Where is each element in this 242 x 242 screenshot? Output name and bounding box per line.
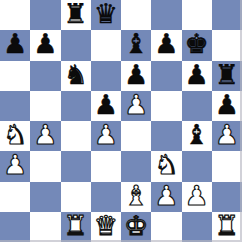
square-d1[interactable]: ♛ [91, 212, 121, 242]
square-g1[interactable] [182, 212, 212, 242]
square-f6[interactable] [151, 61, 181, 91]
square-b5[interactable] [30, 91, 60, 121]
black-bishop[interactable]: ♝ [124, 30, 148, 59]
black-pawn[interactable]: ♟ [215, 91, 239, 120]
square-f8[interactable] [151, 0, 181, 30]
white-king[interactable]: ♚ [124, 212, 148, 241]
white-knight[interactable]: ♞ [3, 121, 27, 150]
white-pawn[interactable]: ♟ [185, 182, 209, 211]
square-e8[interactable] [121, 0, 151, 30]
square-d8[interactable]: ♛ [91, 0, 121, 30]
black-pawn[interactable]: ♟ [185, 61, 209, 90]
square-a3[interactable]: ♟ [0, 151, 30, 181]
square-f2[interactable]: ♟ [151, 182, 181, 212]
square-h2[interactable] [212, 182, 242, 212]
square-h8[interactable] [212, 0, 242, 30]
square-g4[interactable]: ♝ [182, 121, 212, 151]
square-h7[interactable] [212, 30, 242, 60]
square-g8[interactable] [182, 0, 212, 30]
square-g7[interactable]: ♚ [182, 30, 212, 60]
square-f5[interactable] [151, 91, 181, 121]
black-pawn[interactable]: ♟ [94, 91, 118, 120]
square-e4[interactable] [121, 121, 151, 151]
square-e2[interactable]: ♝ [121, 182, 151, 212]
square-b3[interactable] [30, 151, 60, 181]
square-a6[interactable] [0, 61, 30, 91]
black-queen[interactable]: ♛ [94, 0, 118, 29]
white-bishop[interactable]: ♝ [124, 182, 148, 211]
square-e6[interactable]: ♟ [121, 61, 151, 91]
black-knight[interactable]: ♞ [64, 61, 88, 90]
white-knight[interactable]: ♞ [154, 151, 178, 180]
black-king[interactable]: ♚ [185, 30, 209, 59]
white-pawn[interactable]: ♟ [124, 91, 148, 120]
square-a8[interactable] [0, 0, 30, 30]
square-c6[interactable]: ♞ [61, 61, 91, 91]
chess-board: ♜♛♟♟♝♟♚♞♟♟♜♟♟♟♞♟♟♝♟♟♞♝♟♟♜♛♚♜ [0, 0, 242, 242]
square-h1[interactable]: ♜ [212, 212, 242, 242]
square-b8[interactable] [30, 0, 60, 30]
white-pawn[interactable]: ♟ [154, 182, 178, 211]
square-b1[interactable] [30, 212, 60, 242]
square-d3[interactable] [91, 151, 121, 181]
black-rook[interactable]: ♜ [215, 61, 239, 90]
square-h3[interactable] [212, 151, 242, 181]
square-e3[interactable] [121, 151, 151, 181]
square-a2[interactable] [0, 182, 30, 212]
white-rook[interactable]: ♜ [215, 212, 239, 241]
square-d6[interactable] [91, 61, 121, 91]
square-d4[interactable]: ♟ [91, 121, 121, 151]
square-d5[interactable]: ♟ [91, 91, 121, 121]
square-f4[interactable] [151, 121, 181, 151]
square-a4[interactable]: ♞ [0, 121, 30, 151]
black-pawn[interactable]: ♟ [124, 61, 148, 90]
square-a1[interactable] [0, 212, 30, 242]
black-pawn[interactable]: ♟ [33, 30, 57, 59]
white-pawn[interactable]: ♟ [215, 121, 239, 150]
square-c2[interactable] [61, 182, 91, 212]
square-b7[interactable]: ♟ [30, 30, 60, 60]
square-g3[interactable] [182, 151, 212, 181]
square-d7[interactable] [91, 30, 121, 60]
square-f1[interactable] [151, 212, 181, 242]
square-c7[interactable] [61, 30, 91, 60]
square-g2[interactable]: ♟ [182, 182, 212, 212]
square-e5[interactable]: ♟ [121, 91, 151, 121]
black-pawn[interactable]: ♟ [3, 30, 27, 59]
square-f3[interactable]: ♞ [151, 151, 181, 181]
white-pawn[interactable]: ♟ [3, 151, 27, 180]
square-g6[interactable]: ♟ [182, 61, 212, 91]
square-d2[interactable] [91, 182, 121, 212]
square-g5[interactable] [182, 91, 212, 121]
square-a7[interactable]: ♟ [0, 30, 30, 60]
square-e7[interactable]: ♝ [121, 30, 151, 60]
black-bishop[interactable]: ♝ [185, 121, 209, 150]
white-pawn[interactable]: ♟ [33, 121, 57, 150]
square-f7[interactable]: ♟ [151, 30, 181, 60]
white-rook[interactable]: ♜ [64, 212, 88, 241]
black-pawn[interactable]: ♟ [154, 30, 178, 59]
square-c1[interactable]: ♜ [61, 212, 91, 242]
black-rook[interactable]: ♜ [64, 0, 88, 29]
square-c8[interactable]: ♜ [61, 0, 91, 30]
square-h6[interactable]: ♜ [212, 61, 242, 91]
square-c4[interactable] [61, 121, 91, 151]
square-b6[interactable] [30, 61, 60, 91]
white-queen[interactable]: ♛ [94, 212, 118, 241]
square-h4[interactable]: ♟ [212, 121, 242, 151]
square-a5[interactable] [0, 91, 30, 121]
square-b2[interactable] [30, 182, 60, 212]
square-c3[interactable] [61, 151, 91, 181]
square-e1[interactable]: ♚ [121, 212, 151, 242]
square-b4[interactable]: ♟ [30, 121, 60, 151]
square-c5[interactable] [61, 91, 91, 121]
white-pawn[interactable]: ♟ [94, 121, 118, 150]
square-h5[interactable]: ♟ [212, 91, 242, 121]
